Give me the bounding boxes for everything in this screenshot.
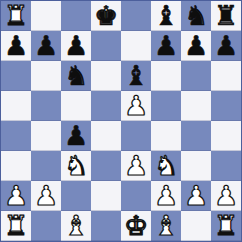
square-c6[interactable]: ♞ xyxy=(61,61,91,91)
square-c2[interactable] xyxy=(61,181,91,211)
square-e5[interactable]: ♟ xyxy=(121,91,151,121)
square-b5[interactable] xyxy=(31,91,61,121)
square-b3[interactable] xyxy=(31,151,61,181)
black-pawn[interactable]: ♟ xyxy=(64,122,88,149)
black-knight[interactable]: ♞ xyxy=(64,62,88,89)
square-a5[interactable] xyxy=(1,91,31,121)
square-b1[interactable] xyxy=(31,211,61,241)
square-g2[interactable]: ♟ xyxy=(181,181,211,211)
white-pawn[interactable]: ♟ xyxy=(124,152,148,179)
square-f4[interactable] xyxy=(151,121,181,151)
square-f6[interactable] xyxy=(151,61,181,91)
square-g4[interactable] xyxy=(181,121,211,151)
square-a8[interactable]: ♜ xyxy=(1,1,31,31)
square-c7[interactable]: ♟ xyxy=(61,31,91,61)
square-d1[interactable] xyxy=(91,211,121,241)
white-pawn[interactable]: ♟ xyxy=(214,182,238,209)
square-g7[interactable]: ♟ xyxy=(181,31,211,61)
square-d8[interactable]: ♚ xyxy=(91,1,121,31)
square-a2[interactable]: ♟ xyxy=(1,181,31,211)
black-king[interactable]: ♚ xyxy=(94,2,118,29)
white-rook[interactable]: ♜ xyxy=(4,2,28,29)
white-bishop[interactable]: ♝ xyxy=(64,212,88,239)
square-c8[interactable] xyxy=(61,1,91,31)
white-pawn[interactable]: ♟ xyxy=(34,182,58,209)
black-pawn[interactable]: ♟ xyxy=(64,32,88,59)
square-g5[interactable] xyxy=(181,91,211,121)
square-a6[interactable] xyxy=(1,61,31,91)
square-e1[interactable]: ♚ xyxy=(121,211,151,241)
square-a7[interactable]: ♟ xyxy=(1,31,31,61)
black-rook[interactable]: ♜ xyxy=(214,2,238,29)
square-a4[interactable] xyxy=(1,121,31,151)
square-h6[interactable] xyxy=(211,61,241,91)
black-pawn[interactable]: ♟ xyxy=(34,32,58,59)
square-c5[interactable] xyxy=(61,91,91,121)
square-h4[interactable] xyxy=(211,121,241,151)
square-d3[interactable] xyxy=(91,151,121,181)
white-king[interactable]: ♚ xyxy=(124,212,148,239)
chess-board: ♜♚♝♞♜♟♟♟♟♟♟♞♝♟♟♞♟♞♟♟♟♟♟♜♝♚♝♜ xyxy=(0,0,242,242)
square-f5[interactable] xyxy=(151,91,181,121)
black-pawn[interactable]: ♟ xyxy=(184,32,208,59)
white-rook[interactable]: ♜ xyxy=(214,212,238,239)
black-knight[interactable]: ♞ xyxy=(184,2,208,29)
square-d4[interactable] xyxy=(91,121,121,151)
square-e7[interactable] xyxy=(121,31,151,61)
square-f8[interactable]: ♝ xyxy=(151,1,181,31)
square-e2[interactable] xyxy=(121,181,151,211)
square-d5[interactable] xyxy=(91,91,121,121)
white-pawn[interactable]: ♟ xyxy=(184,182,208,209)
white-pawn[interactable]: ♟ xyxy=(4,182,28,209)
square-b7[interactable]: ♟ xyxy=(31,31,61,61)
white-knight[interactable]: ♞ xyxy=(64,152,88,179)
black-pawn[interactable]: ♟ xyxy=(154,32,178,59)
black-pawn[interactable]: ♟ xyxy=(4,32,28,59)
white-rook[interactable]: ♜ xyxy=(4,212,28,239)
square-g8[interactable]: ♞ xyxy=(181,1,211,31)
square-d6[interactable] xyxy=(91,61,121,91)
square-g3[interactable] xyxy=(181,151,211,181)
black-pawn[interactable]: ♟ xyxy=(214,32,238,59)
square-f1[interactable]: ♝ xyxy=(151,211,181,241)
square-c1[interactable]: ♝ xyxy=(61,211,91,241)
square-h7[interactable]: ♟ xyxy=(211,31,241,61)
square-h5[interactable] xyxy=(211,91,241,121)
square-b6[interactable] xyxy=(31,61,61,91)
square-e6[interactable]: ♝ xyxy=(121,61,151,91)
square-d2[interactable] xyxy=(91,181,121,211)
black-bishop[interactable]: ♝ xyxy=(154,2,178,29)
square-f3[interactable]: ♞ xyxy=(151,151,181,181)
square-f7[interactable]: ♟ xyxy=(151,31,181,61)
board-wrap: ♜♚♝♞♜♟♟♟♟♟♟♞♝♟♟♞♟♞♟♟♟♟♟♜♝♚♝♜ xyxy=(0,0,242,242)
square-e4[interactable] xyxy=(121,121,151,151)
square-h2[interactable]: ♟ xyxy=(211,181,241,211)
square-a3[interactable] xyxy=(1,151,31,181)
white-pawn[interactable]: ♟ xyxy=(154,182,178,209)
square-h1[interactable]: ♜ xyxy=(211,211,241,241)
white-pawn[interactable]: ♟ xyxy=(124,92,148,119)
square-b2[interactable]: ♟ xyxy=(31,181,61,211)
white-knight[interactable]: ♞ xyxy=(154,152,178,179)
square-c3[interactable]: ♞ xyxy=(61,151,91,181)
white-bishop[interactable]: ♝ xyxy=(154,212,178,239)
square-g1[interactable] xyxy=(181,211,211,241)
square-d7[interactable] xyxy=(91,31,121,61)
square-b8[interactable] xyxy=(31,1,61,31)
square-b4[interactable] xyxy=(31,121,61,151)
square-a1[interactable]: ♜ xyxy=(1,211,31,241)
square-g6[interactable] xyxy=(181,61,211,91)
black-bishop[interactable]: ♝ xyxy=(124,62,148,89)
square-c4[interactable]: ♟ xyxy=(61,121,91,151)
square-f2[interactable]: ♟ xyxy=(151,181,181,211)
square-h8[interactable]: ♜ xyxy=(211,1,241,31)
square-h3[interactable] xyxy=(211,151,241,181)
square-e8[interactable] xyxy=(121,1,151,31)
square-e3[interactable]: ♟ xyxy=(121,151,151,181)
